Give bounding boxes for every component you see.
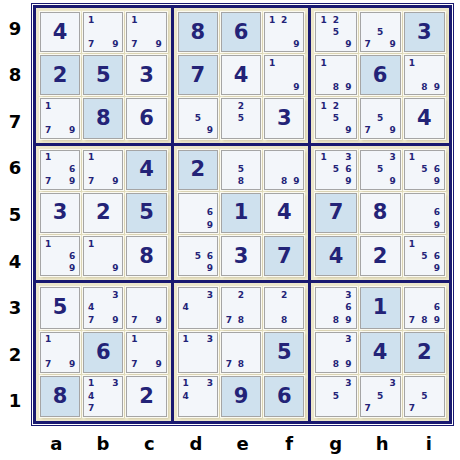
candidate-4: 4 [85, 302, 97, 314]
cell-d6[interactable]: 2 [178, 150, 218, 190]
cell-value: 5 [53, 297, 68, 318]
candidate-grid: 278 [223, 289, 259, 326]
candidate-grid: 579 [362, 14, 399, 50]
cell-value: 7 [190, 65, 205, 86]
candidate-8: 8 [418, 81, 430, 93]
cell-d5[interactable]: 69 [178, 193, 218, 233]
candidate-7: 7 [85, 403, 97, 415]
candidate-5: 5 [374, 390, 386, 402]
candidate-5: 5 [418, 390, 430, 402]
cell-e5[interactable]: 1 [221, 193, 261, 233]
cell-value: 5 [96, 65, 111, 86]
cell-i6[interactable]: 1569 [404, 150, 445, 190]
candidate-3: 3 [342, 334, 354, 346]
cell-h2[interactable]: 4 [360, 332, 401, 373]
cell-i1[interactable]: 57 [404, 376, 445, 417]
candidate-7: 7 [42, 358, 54, 370]
cell-a3[interactable]: 5 [40, 287, 80, 328]
cell-d2[interactable]: 13 [178, 332, 218, 373]
candidate-5: 5 [192, 250, 204, 262]
candidate-9: 9 [342, 38, 354, 50]
cell-value: 8 [96, 108, 111, 129]
candidate-grid: 169 [42, 238, 78, 274]
candidate-4: 4 [85, 390, 97, 402]
cell-g1[interactable]: 35 [315, 376, 356, 417]
candidate-5: 5 [374, 113, 386, 125]
candidate-7: 7 [406, 403, 418, 415]
candidate-9: 9 [431, 219, 443, 231]
cell-value: 9 [234, 386, 249, 407]
cell-e7[interactable]: 25 [221, 98, 261, 138]
cell-c9[interactable]: 179 [126, 12, 166, 52]
candidate-grid: 179 [42, 100, 78, 136]
candidate-1: 1 [85, 238, 97, 250]
candidate-1: 1 [42, 152, 54, 164]
candidate-1: 1 [406, 152, 418, 164]
candidate-grid: 1259 [317, 14, 354, 50]
cell-a8[interactable]: 2 [40, 55, 80, 95]
cell-i2[interactable]: 2 [404, 332, 445, 373]
candidate-9: 9 [342, 314, 354, 326]
cell-d7[interactable]: 59 [178, 98, 218, 138]
col-label-h: h [359, 428, 406, 458]
cell-value: 2 [139, 386, 154, 407]
candidate-2: 2 [278, 14, 290, 26]
cell-h5[interactable]: 8 [360, 193, 401, 233]
candidate-9: 9 [431, 314, 443, 326]
candidate-grid: 359 [362, 152, 399, 188]
candidate-grid: 13569 [317, 152, 354, 188]
candidate-5: 5 [235, 164, 247, 176]
cell-c6[interactable]: 4 [126, 150, 166, 190]
candidate-3: 3 [342, 378, 354, 390]
box-4: 16791794325169198 [36, 146, 174, 284]
candidate-6: 6 [204, 207, 216, 219]
cell-value: 7 [277, 246, 292, 267]
candidate-7: 7 [362, 38, 374, 50]
candidate-3: 3 [109, 378, 121, 390]
row-label-6: 6 [0, 145, 30, 192]
candidate-grid: 69 [406, 195, 443, 231]
cell-a9[interactable]: 4 [40, 12, 80, 52]
row-labels: 987654321 [0, 5, 30, 424]
cell-value: 5 [277, 342, 292, 363]
candidate-3: 3 [342, 289, 354, 301]
cell-d4[interactable]: 569 [178, 236, 218, 276]
col-label-f: f [266, 428, 313, 458]
candidate-7: 7 [362, 125, 374, 137]
candidate-3: 3 [204, 289, 216, 301]
candidate-9: 9 [66, 358, 78, 370]
candidate-3: 3 [386, 152, 398, 164]
box-8: 34278281378513496 [174, 283, 312, 421]
cell-g5[interactable]: 7 [315, 193, 356, 233]
candidate-1: 1 [266, 57, 278, 69]
candidate-7: 7 [128, 38, 140, 50]
candidate-grid: 25 [223, 100, 259, 136]
cell-a4[interactable]: 169 [40, 236, 80, 276]
cell-g3[interactable]: 3689 [315, 287, 356, 328]
candidate-1: 1 [317, 100, 329, 112]
cell-f3[interactable]: 28 [264, 287, 304, 328]
candidate-9: 9 [290, 176, 302, 188]
box-5: 25889691456937 [174, 146, 312, 284]
cell-value: 4 [373, 342, 388, 363]
candidate-1: 1 [85, 152, 97, 164]
candidate-7: 7 [223, 358, 235, 370]
candidate-5: 5 [374, 26, 386, 38]
candidate-grid: 3479 [85, 289, 121, 326]
candidate-8: 8 [418, 314, 430, 326]
candidate-7: 7 [406, 314, 418, 326]
candidate-7: 7 [128, 314, 140, 326]
cell-h6[interactable]: 359 [360, 150, 401, 190]
candidate-1: 1 [406, 238, 418, 250]
candidate-5: 5 [235, 113, 247, 125]
cell-c1[interactable]: 2 [126, 376, 166, 417]
cell-value: 4 [53, 22, 68, 43]
cell-value: 2 [190, 159, 205, 180]
cell-c8[interactable]: 3 [126, 55, 166, 95]
candidate-1: 1 [180, 334, 192, 346]
candidate-1: 1 [180, 378, 192, 390]
candidate-8: 8 [330, 81, 342, 93]
candidate-8: 8 [235, 358, 247, 370]
candidate-grid: 69 [180, 195, 216, 231]
candidate-grid: 179 [85, 152, 121, 188]
candidate-grid: 78 [223, 334, 259, 371]
candidate-grid: 34 [180, 289, 216, 326]
col-label-e: e [219, 428, 266, 458]
cell-value: 3 [53, 202, 68, 223]
candidate-7: 7 [362, 403, 374, 415]
candidate-1: 1 [128, 334, 140, 346]
candidate-3: 3 [109, 289, 121, 301]
cell-g7[interactable]: 1259 [315, 98, 356, 138]
cell-value: 6 [96, 342, 111, 363]
candidate-1: 1 [406, 57, 418, 69]
cell-f9[interactable]: 129 [264, 12, 304, 52]
cell-g2[interactable]: 389 [315, 332, 356, 373]
cell-value: 7 [329, 202, 344, 223]
cell-h7[interactable]: 579 [360, 98, 401, 138]
candidate-9: 9 [386, 176, 398, 188]
candidate-5: 5 [418, 250, 430, 262]
cell-f5[interactable]: 4 [264, 193, 304, 233]
candidate-9: 9 [109, 38, 121, 50]
candidate-9: 9 [66, 176, 78, 188]
col-label-g: g [312, 428, 359, 458]
candidate-grid: 179 [85, 14, 121, 50]
candidate-5: 5 [192, 113, 204, 125]
cell-f7[interactable]: 3 [264, 98, 304, 138]
row-label-2: 2 [0, 331, 30, 378]
row-label-9: 9 [0, 5, 30, 52]
candidate-grid: 569 [180, 238, 216, 274]
cell-a1[interactable]: 8 [40, 376, 80, 417]
candidate-7: 7 [128, 358, 140, 370]
row-label-8: 8 [0, 52, 30, 99]
cell-value: 6 [373, 65, 388, 86]
candidate-1: 1 [42, 238, 54, 250]
cell-i3[interactable]: 6789 [404, 287, 445, 328]
candidate-9: 9 [66, 125, 78, 137]
sudoku-board: 4179179253179868612974195925312595793189… [33, 5, 452, 424]
row-label-4: 4 [0, 238, 30, 285]
candidate-grid: 57 [406, 378, 443, 415]
candidate-5: 5 [330, 26, 342, 38]
candidate-9: 9 [431, 262, 443, 274]
cell-i4[interactable]: 1569 [404, 236, 445, 276]
cell-value: 1 [234, 202, 249, 223]
candidate-grid: 59 [180, 100, 216, 136]
cell-d1[interactable]: 134 [178, 376, 218, 417]
candidate-5: 5 [418, 164, 430, 176]
cell-value: 4 [234, 65, 249, 86]
candidate-6: 6 [431, 302, 443, 314]
candidate-1: 1 [42, 334, 54, 346]
cell-value: 1 [373, 297, 388, 318]
cell-h8[interactable]: 6 [360, 55, 401, 95]
candidate-9: 9 [290, 38, 302, 50]
candidate-2: 2 [235, 289, 247, 301]
candidate-1: 1 [317, 14, 329, 26]
row-label-5: 5 [0, 191, 30, 238]
candidate-7: 7 [42, 125, 54, 137]
cell-i9[interactable]: 3 [404, 12, 445, 52]
candidate-grid: 3689 [317, 289, 354, 326]
candidate-1: 1 [85, 378, 97, 390]
box-1: 417917925317986 [36, 8, 174, 146]
cell-value: 6 [234, 22, 249, 43]
cell-e9[interactable]: 6 [221, 12, 261, 52]
candidate-6: 6 [342, 302, 354, 314]
cell-e8[interactable]: 4 [221, 55, 261, 95]
cell-value: 3 [234, 246, 249, 267]
candidate-9: 9 [204, 219, 216, 231]
candidate-9: 9 [386, 38, 398, 50]
cell-f1[interactable]: 6 [264, 376, 304, 417]
cell-a2[interactable]: 179 [40, 332, 80, 373]
cell-value: 6 [277, 386, 292, 407]
candidate-grid: 134 [180, 378, 216, 415]
candidate-9: 9 [342, 81, 354, 93]
candidate-9: 9 [431, 176, 443, 188]
candidate-7: 7 [42, 176, 54, 188]
candidate-9: 9 [431, 81, 443, 93]
candidate-grid: 89 [266, 152, 302, 188]
candidate-8: 8 [330, 358, 342, 370]
candidate-1: 1 [85, 14, 97, 26]
cell-b7[interactable]: 8 [83, 98, 123, 138]
cell-e2[interactable]: 78 [221, 332, 261, 373]
candidate-6: 6 [342, 164, 354, 176]
cell-b3[interactable]: 3479 [83, 287, 123, 328]
cell-c7[interactable]: 6 [126, 98, 166, 138]
candidate-grid: 129 [266, 14, 302, 50]
cell-h1[interactable]: 357 [360, 376, 401, 417]
cell-c3[interactable]: 79 [126, 287, 166, 328]
cell-f2[interactable]: 5 [264, 332, 304, 373]
cell-value: 8 [373, 202, 388, 223]
candidate-8: 8 [330, 314, 342, 326]
candidate-1: 1 [317, 152, 329, 164]
box-7: 53479791796179813472 [36, 283, 174, 421]
candidate-8: 8 [235, 176, 247, 188]
col-label-i: i [405, 428, 452, 458]
candidate-grid: 13 [180, 334, 216, 371]
candidate-9: 9 [204, 262, 216, 274]
cell-g9[interactable]: 1259 [315, 12, 356, 52]
cell-g6[interactable]: 13569 [315, 150, 356, 190]
col-label-d: d [173, 428, 220, 458]
candidate-grid: 19 [266, 57, 302, 93]
candidate-6: 6 [66, 250, 78, 262]
candidate-7: 7 [85, 38, 97, 50]
candidate-grid: 35 [317, 378, 354, 415]
box-6: 1356935915697869421569 [311, 146, 449, 284]
candidate-6: 6 [66, 164, 78, 176]
col-label-a: a [33, 428, 80, 458]
cell-i5[interactable]: 69 [404, 193, 445, 233]
candidate-3: 3 [342, 152, 354, 164]
col-labels: abcdefghi [33, 428, 452, 458]
candidate-1: 1 [42, 100, 54, 112]
candidate-3: 3 [204, 378, 216, 390]
candidate-1: 1 [128, 14, 140, 26]
candidate-9: 9 [109, 262, 121, 274]
candidate-grid: 179 [128, 334, 164, 371]
cell-value: 3 [417, 22, 432, 43]
cell-f6[interactable]: 89 [264, 150, 304, 190]
cell-value: 2 [373, 246, 388, 267]
candidate-8: 8 [278, 176, 290, 188]
candidate-5: 5 [330, 390, 342, 402]
candidate-grid: 189 [406, 57, 443, 93]
cell-g8[interactable]: 189 [315, 55, 356, 95]
sudoku-app: 987654321 417917925317986861297419592531… [0, 0, 460, 460]
candidate-9: 9 [342, 125, 354, 137]
candidate-6: 6 [431, 250, 443, 262]
candidate-grid: 19 [85, 238, 121, 274]
candidate-9: 9 [153, 38, 165, 50]
candidate-9: 9 [66, 262, 78, 274]
cell-c4[interactable]: 8 [126, 236, 166, 276]
candidate-7: 7 [223, 314, 235, 326]
cell-value: 4 [277, 202, 292, 223]
row-label-1: 1 [0, 377, 30, 424]
candidate-9: 9 [109, 176, 121, 188]
candidate-2: 2 [235, 100, 247, 112]
cell-h4[interactable]: 2 [360, 236, 401, 276]
cell-i7[interactable]: 4 [404, 98, 445, 138]
cell-value: 6 [139, 108, 154, 129]
cell-f4[interactable]: 7 [264, 236, 304, 276]
cell-e6[interactable]: 58 [221, 150, 261, 190]
candidate-4: 4 [180, 302, 192, 314]
box-2: 86129741959253 [174, 8, 312, 146]
candidate-7: 7 [85, 176, 97, 188]
candidate-3: 3 [386, 378, 398, 390]
candidate-9: 9 [386, 125, 398, 137]
cell-b9[interactable]: 179 [83, 12, 123, 52]
cell-value: 4 [139, 159, 154, 180]
candidate-9: 9 [204, 125, 216, 137]
cell-a5[interactable]: 3 [40, 193, 80, 233]
candidate-1: 1 [317, 57, 329, 69]
cell-b8[interactable]: 5 [83, 55, 123, 95]
cell-value: 8 [53, 386, 68, 407]
candidate-1: 1 [266, 14, 278, 26]
cell-value: 8 [139, 246, 154, 267]
box-9: 368916789389423535757 [311, 283, 449, 421]
cell-e1[interactable]: 9 [221, 376, 261, 417]
cell-b6[interactable]: 179 [83, 150, 123, 190]
candidate-grid: 79 [128, 289, 164, 326]
candidate-grid: 28 [266, 289, 302, 326]
candidate-grid: 389 [317, 334, 354, 371]
candidate-grid: 357 [362, 378, 399, 415]
cell-value: 2 [417, 342, 432, 363]
cell-value: 8 [190, 22, 205, 43]
candidate-4: 4 [180, 390, 192, 402]
cell-e4[interactable]: 3 [221, 236, 261, 276]
cell-b5[interactable]: 2 [83, 193, 123, 233]
cell-value: 3 [139, 65, 154, 86]
candidate-7: 7 [85, 314, 97, 326]
cell-c5[interactable]: 5 [126, 193, 166, 233]
row-label-3: 3 [0, 284, 30, 331]
row-label-7: 7 [0, 98, 30, 145]
cell-value: 4 [417, 108, 432, 129]
candidate-3: 3 [204, 334, 216, 346]
candidate-grid: 179 [42, 334, 78, 371]
candidate-grid: 58 [223, 152, 259, 188]
candidate-2: 2 [330, 14, 342, 26]
cell-e3[interactable]: 278 [221, 287, 261, 328]
candidate-8: 8 [235, 314, 247, 326]
col-label-b: b [80, 428, 127, 458]
candidate-grid: 1679 [42, 152, 78, 188]
candidate-9: 9 [153, 314, 165, 326]
cell-h3[interactable]: 1 [360, 287, 401, 328]
candidate-5: 5 [330, 113, 342, 125]
candidate-5: 5 [330, 164, 342, 176]
cell-c2[interactable]: 179 [126, 332, 166, 373]
cell-d8[interactable]: 7 [178, 55, 218, 95]
candidate-grid: 189 [317, 57, 354, 93]
candidate-grid: 579 [362, 100, 399, 136]
cell-h9[interactable]: 579 [360, 12, 401, 52]
candidate-5: 5 [374, 164, 386, 176]
cell-value: 2 [96, 202, 111, 223]
cell-a7[interactable]: 179 [40, 98, 80, 138]
cell-value: 4 [329, 246, 344, 267]
cell-f8[interactable]: 19 [264, 55, 304, 95]
cell-value: 3 [277, 108, 292, 129]
cell-b4[interactable]: 19 [83, 236, 123, 276]
cell-i8[interactable]: 189 [404, 55, 445, 95]
candidate-9: 9 [342, 358, 354, 370]
cell-b1[interactable]: 1347 [83, 376, 123, 417]
candidate-9: 9 [290, 81, 302, 93]
cell-a6[interactable]: 1679 [40, 150, 80, 190]
cell-value: 2 [53, 65, 68, 86]
cell-d9[interactable]: 8 [178, 12, 218, 52]
cell-b2[interactable]: 6 [83, 332, 123, 373]
cell-d3[interactable]: 34 [178, 287, 218, 328]
cell-g4[interactable]: 4 [315, 236, 356, 276]
